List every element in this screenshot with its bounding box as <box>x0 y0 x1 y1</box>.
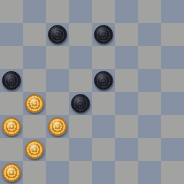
square-r6c6[interactable] <box>138 138 161 161</box>
square-r1c7[interactable] <box>161 23 184 46</box>
square-r6c2[interactable] <box>46 138 69 161</box>
checker-gold-man[interactable] <box>25 94 44 113</box>
square-r7c1[interactable] <box>23 161 46 184</box>
square-r6c1[interactable] <box>23 138 46 161</box>
square-r1c4[interactable] <box>92 23 115 46</box>
square-r2c4[interactable] <box>92 46 115 69</box>
square-r4c4[interactable] <box>92 92 115 115</box>
square-r1c3[interactable] <box>69 23 92 46</box>
square-r7c2[interactable] <box>46 161 69 184</box>
square-r6c7[interactable] <box>161 138 184 161</box>
square-r3c5[interactable] <box>115 69 138 92</box>
checker-gold-man[interactable] <box>48 117 67 136</box>
square-r1c2[interactable] <box>46 23 69 46</box>
checkers-board <box>0 0 184 184</box>
square-r0c6[interactable] <box>138 0 161 23</box>
square-r3c4[interactable] <box>92 69 115 92</box>
square-r0c5[interactable] <box>115 0 138 23</box>
square-r2c7[interactable] <box>161 46 184 69</box>
square-r0c1[interactable] <box>23 0 46 23</box>
square-r2c5[interactable] <box>115 46 138 69</box>
checker-black-man[interactable] <box>48 25 67 44</box>
square-r1c5[interactable] <box>115 23 138 46</box>
square-r4c5[interactable] <box>115 92 138 115</box>
square-r3c3[interactable] <box>69 69 92 92</box>
square-r1c6[interactable] <box>138 23 161 46</box>
square-r3c6[interactable] <box>138 69 161 92</box>
square-r5c5[interactable] <box>115 115 138 138</box>
square-r0c0[interactable] <box>0 0 23 23</box>
square-r6c0[interactable] <box>0 138 23 161</box>
checker-black-man[interactable] <box>94 71 113 90</box>
square-r7c7[interactable] <box>161 161 184 184</box>
square-r3c1[interactable] <box>23 69 46 92</box>
square-r7c6[interactable] <box>138 161 161 184</box>
square-r5c0[interactable] <box>0 115 23 138</box>
square-r4c2[interactable] <box>46 92 69 115</box>
checker-gold-man[interactable] <box>2 163 21 182</box>
square-r5c6[interactable] <box>138 115 161 138</box>
square-r1c1[interactable] <box>23 23 46 46</box>
square-r7c4[interactable] <box>92 161 115 184</box>
square-r2c1[interactable] <box>23 46 46 69</box>
checker-black-man[interactable] <box>71 94 90 113</box>
square-r4c3[interactable] <box>69 92 92 115</box>
square-r2c2[interactable] <box>46 46 69 69</box>
square-r6c4[interactable] <box>92 138 115 161</box>
square-r4c6[interactable] <box>138 92 161 115</box>
square-r0c4[interactable] <box>92 0 115 23</box>
square-r6c3[interactable] <box>69 138 92 161</box>
square-r7c3[interactable] <box>69 161 92 184</box>
square-r7c0[interactable] <box>0 161 23 184</box>
square-r5c7[interactable] <box>161 115 184 138</box>
checker-gold-man[interactable] <box>25 140 44 159</box>
square-r4c1[interactable] <box>23 92 46 115</box>
square-r3c2[interactable] <box>46 69 69 92</box>
square-r0c2[interactable] <box>46 0 69 23</box>
square-r6c5[interactable] <box>115 138 138 161</box>
square-r2c0[interactable] <box>0 46 23 69</box>
square-r5c4[interactable] <box>92 115 115 138</box>
square-r5c3[interactable] <box>69 115 92 138</box>
checker-gold-man[interactable] <box>2 117 21 136</box>
square-r3c7[interactable] <box>161 69 184 92</box>
square-r4c7[interactable] <box>161 92 184 115</box>
square-r2c6[interactable] <box>138 46 161 69</box>
square-r0c3[interactable] <box>69 0 92 23</box>
square-r4c0[interactable] <box>0 92 23 115</box>
square-r1c0[interactable] <box>0 23 23 46</box>
square-r3c0[interactable] <box>0 69 23 92</box>
square-r5c1[interactable] <box>23 115 46 138</box>
square-r7c5[interactable] <box>115 161 138 184</box>
square-r0c7[interactable] <box>161 0 184 23</box>
checker-black-man[interactable] <box>94 25 113 44</box>
square-r2c3[interactable] <box>69 46 92 69</box>
checker-black-man[interactable] <box>2 71 21 90</box>
square-r5c2[interactable] <box>46 115 69 138</box>
